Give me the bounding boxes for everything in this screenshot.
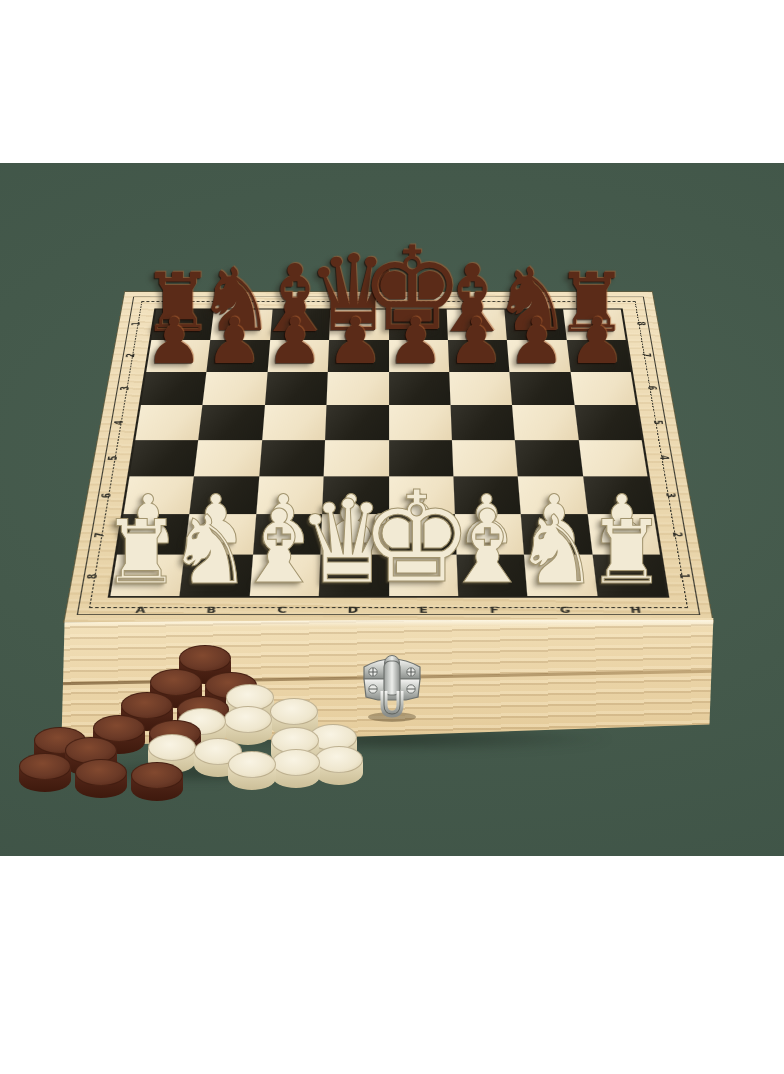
- checker-top-face: [75, 759, 127, 786]
- product-photo-scene: ABCDEFGH 12345678 87654321 ♜♞♝♛♚♝♞♜♟♟♟♟♟…: [0, 0, 784, 1074]
- checker-dark-10: [19, 753, 71, 793]
- checker-dark-11: [75, 759, 127, 799]
- checker-top-face: [148, 734, 196, 761]
- checker-top-face: [224, 706, 272, 733]
- checker-top-face: [19, 753, 71, 780]
- checker-top-face: [270, 698, 318, 725]
- checkers-piles: [0, 0, 784, 1074]
- checker-top-face: [131, 762, 183, 789]
- checker-light-9: [228, 751, 276, 791]
- checker-dark-12: [131, 762, 183, 802]
- checker-top-face: [315, 746, 363, 773]
- checker-top-face: [272, 749, 320, 776]
- checker-top-face: [179, 645, 231, 672]
- checker-light-10: [272, 749, 320, 789]
- checker-top-face: [228, 751, 276, 778]
- checker-light-11: [315, 746, 363, 786]
